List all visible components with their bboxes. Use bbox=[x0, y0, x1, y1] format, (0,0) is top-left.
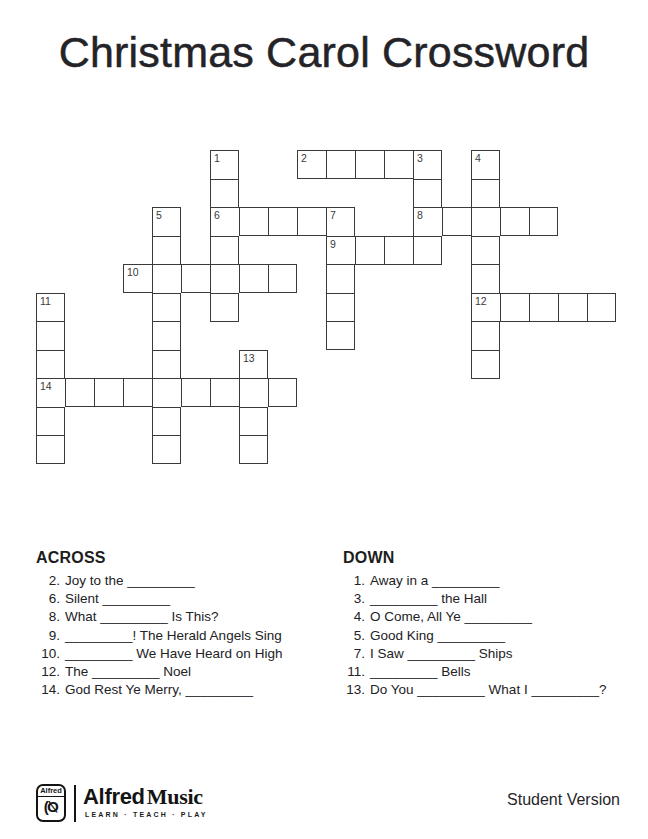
clue-number: 13. bbox=[337, 681, 365, 699]
across-clue-6: 6.Silent _________ bbox=[36, 590, 282, 608]
clue-number: 7. bbox=[337, 645, 365, 663]
grid-cell-r2c17[interactable] bbox=[529, 207, 558, 236]
grid-cell-r4c5[interactable] bbox=[181, 264, 210, 293]
cell-number-1: 1 bbox=[214, 152, 220, 164]
grid-cell-r4c10[interactable] bbox=[326, 264, 355, 293]
grid-cell-r8c1[interactable] bbox=[65, 378, 94, 407]
grid-cell-r5c15[interactable]: 12 bbox=[471, 293, 500, 322]
clue-text: Silent _________ bbox=[65, 590, 170, 608]
grid-cell-r4c3[interactable]: 10 bbox=[123, 264, 152, 293]
grid-cell-r7c4[interactable] bbox=[152, 350, 181, 379]
grid-cell-r2c14[interactable] bbox=[442, 207, 471, 236]
grid-cell-r3c13[interactable] bbox=[413, 236, 442, 265]
grid-cell-r0c13[interactable]: 3 bbox=[413, 150, 442, 179]
cell-number-11: 11 bbox=[40, 295, 51, 307]
cell-number-4: 4 bbox=[475, 152, 481, 164]
grid-cell-r5c19[interactable] bbox=[587, 293, 616, 322]
clue-number: 12. bbox=[36, 663, 60, 681]
grid-cell-r6c4[interactable] bbox=[152, 321, 181, 350]
grid-cell-r4c7[interactable] bbox=[239, 264, 268, 293]
grid-cell-r3c15[interactable] bbox=[471, 236, 500, 265]
across-header: ACROSS bbox=[36, 549, 282, 567]
grid-cell-r10c7[interactable] bbox=[239, 435, 268, 464]
clue-text: _________ We Have Heard on High bbox=[65, 645, 282, 663]
grid-cell-r5c18[interactable] bbox=[558, 293, 587, 322]
clue-number: 2. bbox=[36, 572, 60, 590]
across-clue-8: 8.What _________ Is This? bbox=[36, 608, 282, 626]
grid-cell-r2c13[interactable]: 8 bbox=[413, 207, 442, 236]
page-title: Christmas Carol Crossword bbox=[0, 27, 648, 77]
cell-number-9: 9 bbox=[330, 238, 336, 250]
grid-cell-r0c10[interactable] bbox=[326, 150, 355, 179]
down-clue-5: 5.Good King _________ bbox=[337, 627, 606, 645]
across-clues-section: ACROSS 2.Joy to the _________6.Silent __… bbox=[36, 549, 282, 699]
clue-number: 8. bbox=[36, 608, 60, 626]
clue-number: 5. bbox=[337, 627, 365, 645]
grid-cell-r4c15[interactable] bbox=[471, 264, 500, 293]
grid-cell-r9c7[interactable] bbox=[239, 407, 268, 436]
grid-cell-r5c4[interactable] bbox=[152, 293, 181, 322]
grid-cell-r6c15[interactable] bbox=[471, 321, 500, 350]
across-clue-2: 2.Joy to the _________ bbox=[36, 572, 282, 590]
clue-number: 1. bbox=[337, 572, 365, 590]
grid-cell-r8c4[interactable] bbox=[152, 378, 181, 407]
version-label: Student Version bbox=[507, 791, 620, 809]
grid-cell-r7c7[interactable]: 13 bbox=[239, 350, 268, 379]
clue-text: What _________ Is This? bbox=[65, 608, 219, 626]
clue-number: 11. bbox=[337, 663, 365, 681]
down-clue-list: 1.Away in a _________3._________ the Hal… bbox=[337, 572, 606, 699]
down-clue-11: 11._________ Bells bbox=[337, 663, 606, 681]
down-clue-7: 7.I Saw _________ Ships bbox=[337, 645, 606, 663]
cell-number-3: 3 bbox=[417, 152, 423, 164]
brand-name-music: Music bbox=[147, 784, 203, 809]
clue-text: Good King _________ bbox=[370, 627, 505, 645]
grid-cell-r2c8[interactable] bbox=[268, 207, 297, 236]
grid-cell-r5c6[interactable] bbox=[210, 293, 239, 322]
grid-cell-r8c2[interactable] bbox=[94, 378, 123, 407]
grid-cell-r10c0[interactable] bbox=[36, 435, 65, 464]
cell-number-5: 5 bbox=[156, 209, 162, 221]
grid-cell-r9c0[interactable] bbox=[36, 407, 65, 436]
brand-block: AlfredMusic LEARN · TEACH · PLAY bbox=[83, 786, 208, 818]
grid-cell-r2c16[interactable] bbox=[500, 207, 529, 236]
grid-cell-r8c6[interactable] bbox=[210, 378, 239, 407]
clue-text: _________ the Hall bbox=[370, 590, 487, 608]
grid-cell-r3c11[interactable] bbox=[355, 236, 384, 265]
grid-cell-r3c4[interactable] bbox=[152, 236, 181, 265]
clue-number: 14. bbox=[36, 681, 60, 699]
grid-cell-r8c7[interactable] bbox=[239, 378, 268, 407]
clue-text: The _________ Noel bbox=[65, 663, 191, 681]
across-clue-10: 10._________ We Have Heard on High bbox=[36, 645, 282, 663]
across-clue-list: 2.Joy to the _________6.Silent _________… bbox=[36, 572, 282, 699]
grid-cell-r1c15[interactable] bbox=[471, 179, 500, 208]
across-clue-12: 12.The _________ Noel bbox=[36, 663, 282, 681]
grid-cell-r1c6[interactable] bbox=[210, 179, 239, 208]
down-clue-13: 13.Do You _________ What I _________? bbox=[337, 681, 606, 699]
cell-number-10: 10 bbox=[127, 266, 139, 278]
grid-cell-r3c10[interactable]: 9 bbox=[326, 236, 355, 265]
clue-number: 10. bbox=[36, 645, 60, 663]
clue-number: 4. bbox=[337, 608, 365, 626]
grid-cell-r9c4[interactable] bbox=[152, 407, 181, 436]
grid-cell-r5c10[interactable] bbox=[326, 293, 355, 322]
grid-cell-r4c4[interactable] bbox=[152, 264, 181, 293]
cell-number-7: 7 bbox=[330, 209, 336, 221]
down-header: DOWN bbox=[343, 549, 606, 567]
across-clue-14: 14.God Rest Ye Merry, _________ bbox=[36, 681, 282, 699]
grid-cell-r10c4[interactable] bbox=[152, 435, 181, 464]
grid-cell-r3c12[interactable] bbox=[384, 236, 413, 265]
grid-cell-r4c8[interactable] bbox=[268, 264, 297, 293]
clue-text: Do You _________ What I _________? bbox=[370, 681, 606, 699]
grid-cell-r1c13[interactable] bbox=[413, 179, 442, 208]
grid-cell-r4c6[interactable] bbox=[210, 264, 239, 293]
grid-cell-r2c7[interactable] bbox=[239, 207, 268, 236]
clue-text: _________! The Herald Angels Sing bbox=[65, 627, 282, 645]
grid-cell-r0c6[interactable]: 1 bbox=[210, 150, 239, 179]
grid-cell-r3c6[interactable] bbox=[210, 236, 239, 265]
grid-cell-r5c17[interactable] bbox=[529, 293, 558, 322]
grid-cell-r2c9[interactable] bbox=[297, 207, 326, 236]
clue-text: O Come, All Ye _________ bbox=[370, 608, 532, 626]
grid-cell-r8c5[interactable] bbox=[181, 378, 210, 407]
clue-text: Away in a _________ bbox=[370, 572, 500, 590]
down-clues-section: DOWN 1.Away in a _________3._________ th… bbox=[337, 549, 606, 699]
grid-cell-r0c9[interactable]: 2 bbox=[297, 150, 326, 179]
clue-number: 3. bbox=[337, 590, 365, 608]
grid-cell-r8c3[interactable] bbox=[123, 378, 152, 407]
grid-cell-r6c0[interactable] bbox=[36, 321, 65, 350]
cell-number-6: 6 bbox=[214, 209, 220, 221]
cell-number-13: 13 bbox=[243, 352, 255, 364]
grid-cell-r8c8[interactable] bbox=[268, 378, 297, 407]
down-clue-1: 1.Away in a _________ bbox=[337, 572, 606, 590]
clue-text: I Saw _________ Ships bbox=[370, 645, 513, 663]
grid-cell-r5c0[interactable]: 11 bbox=[36, 293, 65, 322]
grid-cell-r7c15[interactable] bbox=[471, 350, 500, 379]
brand-tagline: LEARN · TEACH · PLAY bbox=[85, 811, 208, 818]
across-clue-9: 9._________! The Herald Angels Sing bbox=[36, 627, 282, 645]
logo-divider bbox=[74, 785, 76, 822]
grid-cell-r7c0[interactable] bbox=[36, 350, 65, 379]
grid-cell-r2c10[interactable]: 7 bbox=[326, 207, 355, 236]
worksheet-page: Christmas Carol Crossword 12345678910111… bbox=[0, 0, 648, 839]
grid-cell-r8c0[interactable]: 14 bbox=[36, 378, 65, 407]
grid-cell-r2c6[interactable]: 6 bbox=[210, 207, 239, 236]
grid-cell-r5c16[interactable] bbox=[500, 293, 529, 322]
down-clue-4: 4.O Come, All Ye _________ bbox=[337, 608, 606, 626]
clue-text: _________ Bells bbox=[370, 663, 471, 681]
grid-cell-r6c10[interactable] bbox=[326, 321, 355, 350]
down-clue-3: 3._________ the Hall bbox=[337, 590, 606, 608]
clue-text: Joy to the _________ bbox=[65, 572, 195, 590]
brand-name: AlfredMusic bbox=[83, 786, 208, 808]
grid-cell-r2c4[interactable]: 5 bbox=[152, 207, 181, 236]
brand-name-alfred: Alfred bbox=[83, 784, 145, 809]
clue-text: God Rest Ye Merry, _________ bbox=[65, 681, 253, 699]
cell-number-8: 8 bbox=[417, 209, 423, 221]
alfred-logo-mark-icon: (Ø bbox=[44, 797, 59, 817]
alfred-logo-badge: Alfred (Ø bbox=[36, 784, 66, 822]
alfred-badge-label: Alfred bbox=[38, 786, 64, 797]
grid-cell-r0c11[interactable] bbox=[355, 150, 384, 179]
grid-cell-r0c12[interactable] bbox=[384, 150, 413, 179]
cell-number-14: 14 bbox=[40, 380, 52, 392]
cell-number-2: 2 bbox=[301, 152, 307, 164]
clue-number: 6. bbox=[36, 590, 60, 608]
clue-number: 9. bbox=[36, 627, 60, 645]
crossword-grid: 1234567891011121314 bbox=[36, 150, 616, 464]
grid-cell-r0c15[interactable]: 4 bbox=[471, 150, 500, 179]
cell-number-12: 12 bbox=[475, 295, 487, 307]
grid-cell-r2c15[interactable] bbox=[471, 207, 500, 236]
